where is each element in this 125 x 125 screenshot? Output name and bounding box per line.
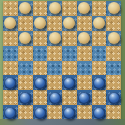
square-r2c2 [18, 16, 33, 31]
square-r3c7 [92, 31, 107, 46]
square-r3c6[interactable] [77, 31, 92, 46]
square-r1c7 [92, 1, 107, 16]
square-r1c8[interactable] [106, 1, 121, 16]
cork-piece[interactable] [108, 2, 120, 14]
square-r4c5[interactable] [62, 46, 77, 61]
cork-piece[interactable] [78, 32, 90, 44]
square-r8c1[interactable] [3, 105, 18, 120]
square-r4c8 [106, 46, 121, 61]
square-r5c2[interactable] [18, 61, 33, 76]
blue-piece[interactable] [4, 107, 16, 119]
square-r5c5 [62, 61, 77, 76]
square-r7c1 [3, 90, 18, 105]
blue-piece[interactable] [63, 77, 75, 89]
square-r7c5 [62, 90, 77, 105]
square-r5c1 [3, 61, 18, 76]
cork-piece[interactable] [93, 17, 105, 29]
square-r8c7[interactable] [92, 105, 107, 120]
square-r1c2[interactable] [18, 1, 33, 16]
blue-piece[interactable] [19, 92, 31, 104]
square-r1c6[interactable] [77, 1, 92, 16]
square-r7c3 [33, 90, 48, 105]
square-r5c8[interactable] [106, 61, 121, 76]
square-r3c3 [33, 31, 48, 46]
square-r5c6[interactable] [77, 61, 92, 76]
square-r4c7[interactable] [92, 46, 107, 61]
square-r2c1[interactable] [3, 16, 18, 31]
square-r6c6 [77, 75, 92, 90]
square-r8c6 [77, 105, 92, 120]
square-r2c7[interactable] [92, 16, 107, 31]
square-r4c6 [77, 46, 92, 61]
cork-piece[interactable] [19, 32, 31, 44]
cork-piece[interactable] [34, 17, 46, 29]
square-r6c4 [47, 75, 62, 90]
square-r8c8 [106, 105, 121, 120]
blue-piece[interactable] [34, 77, 46, 89]
square-r1c3 [33, 1, 48, 16]
cork-piece[interactable] [4, 17, 16, 29]
cork-piece[interactable] [108, 32, 120, 44]
blue-piece[interactable] [93, 107, 105, 119]
square-r6c3[interactable] [33, 75, 48, 90]
blue-piece[interactable] [34, 107, 46, 119]
square-r3c1 [3, 31, 18, 46]
square-r8c4 [47, 105, 62, 120]
square-r5c7 [92, 61, 107, 76]
square-r4c3[interactable] [33, 46, 48, 61]
square-r7c8[interactable] [106, 90, 121, 105]
square-r4c4 [47, 46, 62, 61]
cork-piece[interactable] [78, 2, 90, 14]
square-r8c5[interactable] [62, 105, 77, 120]
square-r6c2 [18, 75, 33, 90]
square-r8c3[interactable] [33, 105, 48, 120]
blue-piece[interactable] [4, 77, 16, 89]
cork-piece[interactable] [63, 17, 75, 29]
square-r6c7[interactable] [92, 75, 107, 90]
blue-piece[interactable] [78, 92, 90, 104]
square-r2c3[interactable] [33, 16, 48, 31]
cork-piece[interactable] [49, 2, 61, 14]
blue-piece[interactable] [93, 77, 105, 89]
square-r1c1 [3, 1, 18, 16]
blue-piece[interactable] [63, 107, 75, 119]
square-r7c6[interactable] [77, 90, 92, 105]
square-r6c8 [106, 75, 121, 90]
blue-piece[interactable] [108, 92, 120, 104]
square-r2c5[interactable] [62, 16, 77, 31]
square-r8c2 [18, 105, 33, 120]
square-r6c1[interactable] [3, 75, 18, 90]
square-r5c4[interactable] [47, 61, 62, 76]
blue-piece[interactable] [49, 92, 61, 104]
square-r7c2[interactable] [18, 90, 33, 105]
square-r1c5 [62, 1, 77, 16]
cork-piece[interactable] [49, 32, 61, 44]
square-r6c5[interactable] [62, 75, 77, 90]
square-r3c5 [62, 31, 77, 46]
cork-piece[interactable] [19, 2, 31, 14]
checkers-board [3, 1, 121, 120]
square-r2c6 [77, 16, 92, 31]
square-r2c4 [47, 16, 62, 31]
square-r7c7 [92, 90, 107, 105]
square-r4c2 [18, 46, 33, 61]
square-r3c2[interactable] [18, 31, 33, 46]
square-r3c8[interactable] [106, 31, 121, 46]
square-r4c1[interactable] [3, 46, 18, 61]
table-background [0, 0, 125, 125]
square-r2c8 [106, 16, 121, 31]
square-r1c4[interactable] [47, 1, 62, 16]
square-r5c3 [33, 61, 48, 76]
square-r7c4[interactable] [47, 90, 62, 105]
square-r3c4[interactable] [47, 31, 62, 46]
table-edge-shadow [0, 119, 125, 125]
